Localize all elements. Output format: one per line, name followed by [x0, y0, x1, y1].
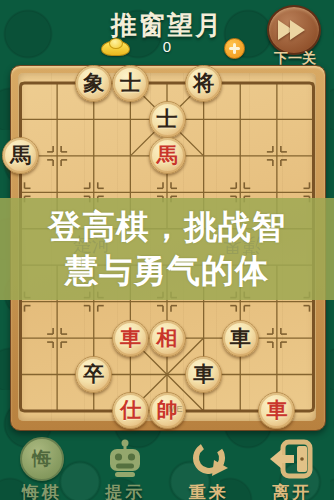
promo-text-line1: 登高棋，挑战智 [48, 205, 286, 249]
undo-piece-icon: 悔 [20, 437, 64, 481]
refresh-icon [187, 437, 231, 481]
hint-label: 提示 [105, 481, 145, 500]
undo-label: 悔棋 [22, 481, 62, 500]
piece-black-象[interactable]: 象 [75, 65, 112, 102]
robot-icon [103, 437, 147, 481]
piece-black-車[interactable]: 車 [222, 320, 259, 357]
gold-ingot-icon [101, 41, 130, 56]
promo-overlay: 登高棋，挑战智 慧与勇气的体 [0, 198, 334, 300]
piece-black-卒[interactable]: 卒 [75, 356, 112, 393]
exit-label: 离开 [272, 481, 312, 500]
piece-red-馬[interactable]: 馬 [149, 137, 186, 174]
piece-red-相[interactable]: 相 [149, 320, 186, 357]
door-exit-icon [269, 437, 315, 481]
app-background: 推窗望月 0 下一关 楚河漢界 象士将士馬馬車相車卒車仕帥車 ME 登高棋，挑战… [0, 0, 334, 500]
fast-forward-icon [290, 20, 305, 40]
restart-button[interactable]: 重来 [167, 434, 251, 500]
piece-black-士[interactable]: 士 [112, 65, 149, 102]
piece-black-士[interactable]: 士 [149, 101, 186, 138]
exit-button[interactable]: 离开 [251, 434, 334, 500]
watermark: ME [168, 404, 184, 414]
add-coins-button[interactable] [224, 38, 245, 59]
toolbar: 悔 悔棋 提示 [0, 434, 334, 500]
piece-black-車[interactable]: 車 [185, 356, 222, 393]
coin-count: 0 [150, 38, 184, 55]
undo-button[interactable]: 悔 悔棋 [0, 434, 84, 500]
piece-black-将[interactable]: 将 [185, 65, 222, 102]
restart-label: 重来 [189, 481, 229, 500]
next-level-button[interactable] [267, 5, 321, 55]
piece-red-車[interactable]: 車 [112, 320, 149, 357]
promo-text-line2: 慧与勇气的体 [65, 249, 269, 293]
hint-button[interactable]: 提示 [84, 434, 168, 500]
